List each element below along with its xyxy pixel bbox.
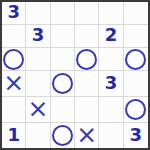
cell-r0c4[interactable] — [99, 2, 123, 25]
cell-r5c4[interactable] — [99, 123, 123, 148]
cell-r1c1: 3 — [26, 25, 50, 48]
cell-r2c3[interactable] — [75, 48, 99, 71]
cell-r3c2[interactable] — [51, 71, 75, 97]
clue-number: 3 — [32, 26, 45, 44]
cell-r0c3[interactable] — [75, 2, 99, 25]
circle-mark-icon — [52, 125, 73, 146]
circle-mark-icon — [125, 49, 146, 70]
cell-r5c3[interactable]: × — [75, 123, 99, 148]
cell-r0c2[interactable] — [51, 2, 75, 25]
puzzle-board: 332×3×1×3 — [0, 0, 150, 150]
cell-r1c2[interactable] — [51, 25, 75, 48]
cross-mark-icon: × — [76, 122, 97, 147]
cell-r4c5[interactable] — [124, 97, 148, 123]
circle-mark-icon — [52, 73, 73, 94]
circle-mark-icon — [3, 49, 24, 70]
circle-mark-icon — [76, 49, 97, 70]
cell-r2c2[interactable] — [51, 48, 75, 71]
cell-r3c0[interactable]: × — [2, 71, 26, 97]
cell-r1c0[interactable] — [2, 25, 26, 48]
clue-number: 3 — [7, 3, 20, 21]
cell-r4c0[interactable] — [2, 97, 26, 123]
cell-r1c5[interactable] — [124, 25, 148, 48]
cell-r0c1[interactable] — [26, 2, 50, 25]
cross-mark-icon: × — [3, 70, 24, 95]
cell-r1c3[interactable] — [75, 25, 99, 48]
cell-r2c4[interactable] — [99, 48, 123, 71]
cell-r5c5: 3 — [124, 123, 148, 148]
cell-r4c2[interactable] — [51, 97, 75, 123]
cell-r5c0: 1 — [2, 123, 26, 148]
cell-r2c1[interactable] — [26, 48, 50, 71]
clue-number: 3 — [130, 126, 143, 144]
cell-r3c4: 3 — [99, 71, 123, 97]
cell-r0c0: 3 — [2, 2, 26, 25]
cell-r2c5[interactable] — [124, 48, 148, 71]
clue-number: 3 — [105, 74, 118, 92]
cell-r4c1[interactable]: × — [26, 97, 50, 123]
cell-r1c4: 2 — [99, 25, 123, 48]
clue-number: 1 — [7, 126, 20, 144]
cell-r3c3[interactable] — [75, 71, 99, 97]
cell-r4c4[interactable] — [99, 97, 123, 123]
cross-mark-icon: × — [28, 96, 49, 121]
cell-r3c5[interactable] — [124, 71, 148, 97]
cell-r5c2[interactable] — [51, 123, 75, 148]
cell-r0c5[interactable] — [124, 2, 148, 25]
circle-mark-icon — [125, 99, 146, 120]
cell-r5c1[interactable] — [26, 123, 50, 148]
clue-number: 2 — [105, 26, 118, 44]
